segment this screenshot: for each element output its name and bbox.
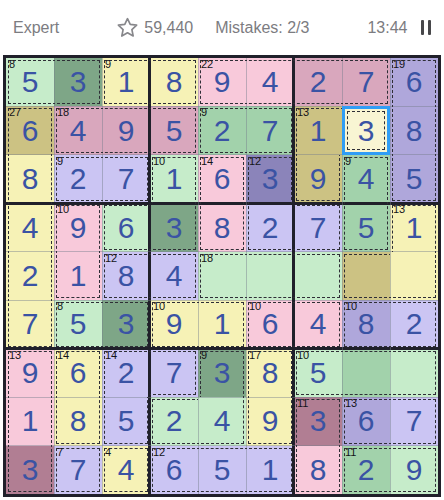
cell-value: 8 xyxy=(310,455,327,485)
cell-r9c9[interactable]: 9 xyxy=(390,446,438,494)
cell-value: 5 xyxy=(310,358,327,388)
cell-r1c4[interactable]: 8 xyxy=(150,58,198,106)
cell-value: 2 xyxy=(22,261,39,291)
cell-r2c3[interactable]: 9 xyxy=(102,106,150,154)
cell-value: 5 xyxy=(358,213,375,243)
cell-r6c2[interactable]: 58 xyxy=(54,300,102,348)
cell-value: 2 xyxy=(310,67,327,97)
timer-label: 13:44 xyxy=(367,19,407,37)
cage-sum: 12 xyxy=(249,155,261,168)
cell-value: 3 xyxy=(22,455,39,485)
cage-border xyxy=(390,351,436,395)
cell-r9c3[interactable]: 44 xyxy=(102,446,150,494)
cage-sum: 18 xyxy=(57,106,69,119)
cell-value: 4 xyxy=(70,116,87,146)
pause-icon xyxy=(428,20,432,35)
cell-r8c1[interactable]: 1 xyxy=(6,397,54,445)
cage-sum: 19 xyxy=(393,58,405,71)
cell-r2c9[interactable]: 8 xyxy=(390,106,438,154)
cell-value: 3 xyxy=(118,309,135,339)
cell-r8c5[interactable]: 4 xyxy=(198,397,246,445)
cell-value: 8 xyxy=(22,164,39,194)
cell-value: 8 xyxy=(70,406,87,436)
cell-r3c1[interactable]: 8 xyxy=(6,155,54,203)
cell-value: 2 xyxy=(70,164,87,194)
cell-value: 7 xyxy=(262,116,279,146)
cell-value: 9 xyxy=(118,116,135,146)
cage-sum: 11 xyxy=(297,397,308,410)
cell-r4c1[interactable]: 4 xyxy=(6,203,54,251)
top-bar: Expert 59,440 Mistakes: 2/3 13:44 xyxy=(0,0,444,55)
cell-r3c2[interactable]: 29 xyxy=(54,155,102,203)
cell-r7c6[interactable]: 817 xyxy=(246,349,294,397)
cell-r7c8[interactable] xyxy=(342,349,390,397)
cell-r4c7[interactable]: 7 xyxy=(294,203,342,251)
cell-r1c3[interactable]: 19 xyxy=(102,58,150,106)
cell-value: 1 xyxy=(70,261,87,291)
cage-sum: 13 xyxy=(345,397,357,410)
pause-icon xyxy=(421,20,425,35)
cell-r2c6[interactable]: 7 xyxy=(246,106,294,154)
killer-sudoku-app: Expert 59,440 Mistakes: 2/3 13:44 583198… xyxy=(0,0,444,500)
cell-value: 8 xyxy=(118,261,135,291)
cell-r3c6[interactable]: 312 xyxy=(246,155,294,203)
cell-r3c8[interactable]: 49 xyxy=(342,155,390,203)
cell-value: 7 xyxy=(118,164,135,194)
cage-sum: 13 xyxy=(9,349,21,362)
star-icon xyxy=(117,17,138,38)
cell-r4c9[interactable]: 113 xyxy=(390,203,438,251)
cage-border xyxy=(390,252,436,298)
cage-sum: 18 xyxy=(201,252,213,265)
cell-value: 5 xyxy=(70,309,87,339)
cage-sum: 9 xyxy=(201,349,207,362)
cell-value: 2 xyxy=(118,358,135,388)
cell-value: 9 xyxy=(310,164,327,194)
cell-r7c5[interactable]: 39 xyxy=(198,349,246,397)
cell-value: 5 xyxy=(22,67,39,97)
cell-r8c8[interactable]: 613 xyxy=(342,397,390,445)
cell-value: 3 xyxy=(358,116,375,146)
cell-value: 6 xyxy=(214,164,231,194)
cell-r1c9[interactable]: 619 xyxy=(390,58,438,106)
cell-r9c2[interactable]: 77 xyxy=(54,446,102,494)
cell-r8c6[interactable]: 9 xyxy=(246,397,294,445)
cell-value: 9 xyxy=(166,309,183,339)
cell-r1c7[interactable]: 2 xyxy=(294,58,342,106)
cage-sum: 8 xyxy=(9,58,15,71)
cell-r2c2[interactable]: 418 xyxy=(54,106,102,154)
cell-r5c1[interactable]: 2 xyxy=(6,252,54,300)
cage-sum: 10 xyxy=(153,155,165,168)
cell-r9c1[interactable]: 3 xyxy=(6,446,54,494)
cell-value: 7 xyxy=(310,213,327,243)
cell-r6c9[interactable]: 2 xyxy=(390,300,438,348)
cage-sum: 12 xyxy=(105,252,117,265)
cell-value: 4 xyxy=(262,67,279,97)
cell-r8c2[interactable]: 8 xyxy=(54,397,102,445)
cell-r9c8[interactable]: 211 xyxy=(342,446,390,494)
cage-sum: 10 xyxy=(57,203,69,216)
cell-value: 4 xyxy=(22,213,39,243)
cell-value: 5 xyxy=(166,116,183,146)
cage-border xyxy=(246,254,294,298)
cell-r4c8[interactable]: 5 xyxy=(342,203,390,251)
cell-value: 6 xyxy=(22,116,39,146)
score: 59,440 xyxy=(117,17,193,38)
cell-value: 1 xyxy=(262,455,279,485)
cell-r8c7[interactable]: 311 xyxy=(294,397,342,445)
cell-value: 8 xyxy=(166,67,183,97)
cell-value: 9 xyxy=(406,455,423,485)
cell-value: 7 xyxy=(406,406,423,436)
cell-r6c5[interactable]: 1 xyxy=(198,300,246,348)
cell-r4c6[interactable]: 2 xyxy=(246,203,294,251)
cell-r7c2[interactable]: 614 xyxy=(54,349,102,397)
cell-r7c3[interactable]: 214 xyxy=(102,349,150,397)
cell-value: 5 xyxy=(214,455,231,485)
cell-value: 7 xyxy=(166,358,183,388)
cell-r5c5[interactable]: 18 xyxy=(198,252,246,300)
cage-sum: 4 xyxy=(105,446,111,459)
cell-value: 8 xyxy=(358,309,375,339)
cell-value: 1 xyxy=(118,67,135,97)
cell-r4c5[interactable]: 8 xyxy=(198,203,246,251)
score-value: 59,440 xyxy=(144,19,193,37)
cell-value: 6 xyxy=(406,67,423,97)
cage-sum: 14 xyxy=(201,155,213,168)
cage-sum: 14 xyxy=(105,349,117,362)
cell-r3c4[interactable]: 110 xyxy=(150,155,198,203)
cell-value: 2 xyxy=(214,116,231,146)
cell-value: 6 xyxy=(262,309,279,339)
cell-value: 6 xyxy=(166,455,183,485)
cell-r7c1[interactable]: 913 xyxy=(6,349,54,397)
cell-value: 4 xyxy=(310,309,327,339)
cage-sum: 8 xyxy=(57,300,63,313)
cell-value: 4 xyxy=(118,455,135,485)
cell-r6c8[interactable]: 810 xyxy=(342,300,390,348)
cell-r9c7[interactable]: 8 xyxy=(294,446,342,494)
cell-value: 1 xyxy=(406,213,423,243)
cage-sum: 9 xyxy=(201,106,207,119)
cell-r2c8[interactable]: 3 xyxy=(342,106,390,154)
cell-value: 8 xyxy=(406,116,423,146)
cell-value: 2 xyxy=(358,455,375,485)
cell-value: 2 xyxy=(262,213,279,243)
cell-r3c7[interactable]: 9 xyxy=(294,155,342,203)
cage-sum: 11 xyxy=(345,446,356,459)
cell-r6c7[interactable]: 4 xyxy=(294,300,342,348)
cage-sum: 7 xyxy=(57,446,63,459)
cage-sum: 13 xyxy=(297,106,309,119)
cell-r5c6[interactable] xyxy=(246,252,294,300)
cell-r6c3[interactable]: 3 xyxy=(102,300,150,348)
cage-sum: 12 xyxy=(153,446,165,459)
pause-button[interactable] xyxy=(420,18,433,37)
cell-r4c3[interactable]: 6 xyxy=(102,203,150,251)
cage-sum: 9 xyxy=(57,155,63,168)
cell-value: 4 xyxy=(214,406,231,436)
cell-r4c4[interactable]: 3 xyxy=(150,203,198,251)
cell-value: 1 xyxy=(22,406,39,436)
cage-sum: 9 xyxy=(345,155,351,168)
cell-r9c6[interactable]: 1 xyxy=(246,446,294,494)
cell-value: 2 xyxy=(166,406,183,436)
cage-sum: 17 xyxy=(249,349,261,362)
cell-value: 3 xyxy=(310,406,327,436)
cage-sum: 10 xyxy=(249,300,261,313)
cell-value: 7 xyxy=(22,309,39,339)
cell-r5c3[interactable]: 812 xyxy=(102,252,150,300)
difficulty-label: Expert xyxy=(13,19,59,37)
cell-value: 3 xyxy=(166,213,183,243)
cell-value: 6 xyxy=(358,406,375,436)
cell-r1c8[interactable]: 7 xyxy=(342,58,390,106)
cell-value: 5 xyxy=(406,164,423,194)
cell-r1c5[interactable]: 922 xyxy=(198,58,246,106)
cell-value: 7 xyxy=(70,455,87,485)
cell-r7c9[interactable] xyxy=(390,349,438,397)
cage-sum: 10 xyxy=(345,300,357,313)
cell-r8c3[interactable]: 5 xyxy=(102,397,150,445)
cage-sum: 10 xyxy=(153,300,165,313)
cage-border xyxy=(294,254,340,298)
cell-r5c9[interactable] xyxy=(390,252,438,300)
mistakes-label: Mistakes: 2/3 xyxy=(215,19,309,37)
cell-r4c2[interactable]: 910 xyxy=(54,203,102,251)
cell-value: 3 xyxy=(70,67,87,97)
cell-r2c1[interactable]: 627 xyxy=(6,106,54,154)
cell-value: 1 xyxy=(166,164,183,194)
cell-r8c9[interactable]: 7 xyxy=(390,397,438,445)
cell-r3c5[interactable]: 614 xyxy=(198,155,246,203)
cell-r7c7[interactable]: 510 xyxy=(294,349,342,397)
cell-value: 3 xyxy=(214,358,231,388)
cell-r1c6[interactable]: 4 xyxy=(246,58,294,106)
cell-value: 2 xyxy=(406,309,423,339)
cage-sum: 13 xyxy=(393,203,405,216)
cell-r6c6[interactable]: 610 xyxy=(246,300,294,348)
cage-sum: 14 xyxy=(57,349,69,362)
cell-r1c1[interactable]: 58 xyxy=(6,58,54,106)
cell-value: 9 xyxy=(70,213,87,243)
cell-r2c7[interactable]: 113 xyxy=(294,106,342,154)
cage-sum: 22 xyxy=(201,58,213,71)
cell-r2c5[interactable]: 29 xyxy=(198,106,246,154)
sudoku-board: 5831989224276196274189529711338829711061… xyxy=(3,55,441,497)
cell-r5c4[interactable]: 4 xyxy=(150,252,198,300)
cell-value: 9 xyxy=(22,358,39,388)
cell-value: 8 xyxy=(262,358,279,388)
cell-r6c4[interactable]: 910 xyxy=(150,300,198,348)
cell-value: 5 xyxy=(118,406,135,436)
cell-r3c3[interactable]: 7 xyxy=(102,155,150,203)
cell-value: 9 xyxy=(262,406,279,436)
cell-r2c4[interactable]: 5 xyxy=(150,106,198,154)
cell-value: 1 xyxy=(214,309,231,339)
cell-value: 1 xyxy=(310,116,327,146)
cage-sum: 9 xyxy=(105,58,111,71)
cell-r5c8[interactable] xyxy=(342,252,390,300)
cell-r1c2[interactable]: 3 xyxy=(54,58,102,106)
cage-border xyxy=(342,351,390,395)
cell-value: 6 xyxy=(118,213,135,243)
cell-r3c9[interactable]: 5 xyxy=(390,155,438,203)
cell-value: 3 xyxy=(262,164,279,194)
cage-border xyxy=(344,254,390,298)
cell-r5c2[interactable]: 1 xyxy=(54,252,102,300)
cage-sum: 27 xyxy=(9,106,21,119)
cell-value: 6 xyxy=(70,358,87,388)
cell-value: 7 xyxy=(358,67,375,97)
cell-r9c5[interactable]: 5 xyxy=(198,446,246,494)
cell-r8c4[interactable]: 2 xyxy=(150,397,198,445)
cell-value: 9 xyxy=(214,67,231,97)
cell-r7c4[interactable]: 7 xyxy=(150,349,198,397)
cell-r9c4[interactable]: 612 xyxy=(150,446,198,494)
cage-sum: 10 xyxy=(297,349,309,362)
cell-r5c7[interactable] xyxy=(294,252,342,300)
cell-r6c1[interactable]: 7 xyxy=(6,300,54,348)
cell-value: 4 xyxy=(358,164,375,194)
cell-value: 4 xyxy=(166,261,183,291)
cell-value: 8 xyxy=(214,213,231,243)
